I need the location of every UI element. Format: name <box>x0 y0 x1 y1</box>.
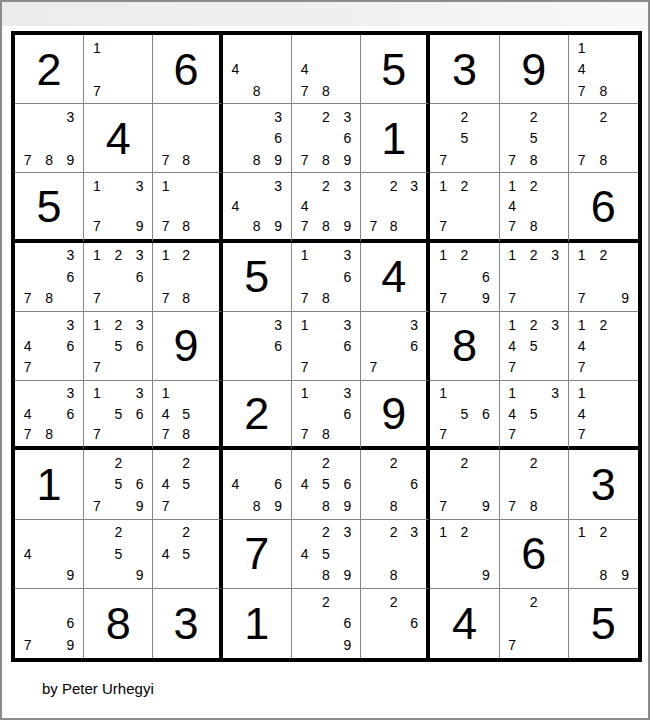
cell-r3c2[interactable]: 1379 <box>84 173 153 242</box>
cell-r4c5[interactable]: 13678 <box>292 243 361 312</box>
candidate-grid: 1247 <box>571 314 636 378</box>
solved-digit: 5 <box>591 601 616 646</box>
cell-r6c6[interactable]: 9 <box>361 381 430 450</box>
cell-r8c3[interactable]: 245 <box>153 520 222 589</box>
cell-r8c1[interactable]: 49 <box>15 520 84 589</box>
cell-r3c7[interactable]: 127 <box>430 173 499 242</box>
candidate-digit: 9 <box>129 495 150 516</box>
cell-r2c3[interactable]: 78 <box>153 104 222 173</box>
candidate-digit: 9 <box>60 634 81 656</box>
candidate-digit: 7 <box>363 216 383 236</box>
candidate-grid: 245 <box>155 522 216 586</box>
candidate-digit: 2 <box>593 245 615 266</box>
candidate-digit: 3 <box>404 175 424 195</box>
candidate-digit: 3 <box>404 314 424 335</box>
candidate-digit: 2 <box>315 175 336 195</box>
candidate-digit: 7 <box>571 287 593 308</box>
candidate-digit: 2 <box>108 245 129 266</box>
candidate-digit: 7 <box>17 424 38 444</box>
candidate-grid: 257 <box>432 106 496 170</box>
candidate-digit: 7 <box>502 149 523 170</box>
cell-r5c5[interactable]: 1367 <box>292 312 361 381</box>
solved-digit: 5 <box>244 254 269 299</box>
cell-r1c6[interactable]: 5 <box>361 35 430 104</box>
candidate-grid: 3678 <box>17 245 81 309</box>
cell-r8c6[interactable]: 238 <box>361 520 430 589</box>
solved-digit: 4 <box>452 601 477 646</box>
candidate-grid: 129 <box>432 522 496 586</box>
candidate-digit: 9 <box>60 149 81 170</box>
candidate-digit: 6 <box>60 404 81 424</box>
candidate-digit: 3 <box>337 522 358 543</box>
cell-r6c9[interactable]: 147 <box>569 381 638 450</box>
cell-r9c7[interactable]: 4 <box>430 589 499 658</box>
candidate-grid: 123567 <box>86 314 150 378</box>
cell-r7c5[interactable]: 245689 <box>292 450 361 519</box>
candidate-digit: 3 <box>337 314 358 335</box>
candidate-digit: 8 <box>315 564 336 585</box>
candidate-grid: 234789 <box>294 175 358 236</box>
candidate-digit: 3 <box>337 383 358 403</box>
cell-r4c1[interactable]: 3678 <box>15 243 84 312</box>
candidate-digit: 9 <box>614 564 636 585</box>
cell-r1c1[interactable]: 2 <box>15 35 84 104</box>
cell-r5c2[interactable]: 123567 <box>84 312 153 381</box>
cell-r7c3[interactable]: 2457 <box>153 450 222 519</box>
candidate-grid: 1567 <box>432 383 496 444</box>
candidate-digit: 2 <box>108 522 129 543</box>
candidate-grid: 234589 <box>294 522 358 586</box>
candidate-grid: 278 <box>502 452 566 516</box>
candidate-grid: 147 <box>571 383 636 444</box>
candidate-digit: 7 <box>363 357 383 378</box>
candidate-digit: 9 <box>475 564 496 585</box>
cell-r3c9[interactable]: 6 <box>569 173 638 242</box>
cell-r6c5[interactable]: 13678 <box>292 381 361 450</box>
candidate-digit: 8 <box>176 216 196 236</box>
solved-digit: 8 <box>106 601 131 646</box>
cell-r9c3[interactable]: 3 <box>153 589 222 658</box>
candidate-grid: 49 <box>17 522 81 586</box>
candidate-digit: 9 <box>129 564 150 585</box>
cell-r4c3[interactable]: 1278 <box>153 243 222 312</box>
cell-r5c4[interactable]: 36 <box>223 312 292 381</box>
candidate-digit: 1 <box>86 314 107 335</box>
candidate-digit: 9 <box>337 216 358 236</box>
cell-r9c4[interactable]: 1 <box>223 589 292 658</box>
candidate-digit: 7 <box>571 424 593 444</box>
candidate-digit: 7 <box>86 424 107 444</box>
candidate-digit: 7 <box>432 287 453 308</box>
candidate-digit: 3 <box>267 314 288 335</box>
cell-r1c8[interactable]: 9 <box>500 35 569 104</box>
candidate-digit: 7 <box>17 287 38 308</box>
candidate-digit: 2 <box>176 522 196 543</box>
cell-r5c8[interactable]: 123457 <box>500 312 569 381</box>
candidate-digit: 3 <box>404 522 424 543</box>
candidate-digit: 4 <box>225 474 246 495</box>
cell-r8c8[interactable]: 6 <box>500 520 569 589</box>
candidate-digit: 7 <box>432 216 453 236</box>
candidate-grid: 4689 <box>225 452 289 516</box>
candidate-digit: 2 <box>454 175 475 195</box>
solved-digit: 9 <box>174 323 199 368</box>
candidate-digit: 8 <box>38 149 59 170</box>
candidate-digit: 6 <box>60 266 81 287</box>
candidate-grid: 12367 <box>86 245 150 309</box>
solved-digit: 1 <box>244 601 269 646</box>
cell-r4c8[interactable]: 1237 <box>500 243 569 312</box>
candidate-grid: 2378 <box>363 175 424 236</box>
candidate-digit: 5 <box>108 404 129 424</box>
candidate-digit: 3 <box>544 314 565 335</box>
candidate-grid: 238 <box>363 522 424 586</box>
candidate-digit: 7 <box>502 495 523 516</box>
candidate-digit: 1 <box>571 37 593 58</box>
candidate-grid: 123457 <box>502 314 566 378</box>
candidate-digit: 2 <box>593 522 615 543</box>
candidate-digit: 4 <box>17 335 38 356</box>
candidate-digit: 9 <box>129 216 150 236</box>
candidate-digit: 7 <box>294 216 315 236</box>
candidate-digit: 6 <box>337 266 358 287</box>
candidate-digit: 1 <box>432 245 453 266</box>
cell-r6c3[interactable]: 14578 <box>153 381 222 450</box>
candidate-digit: 8 <box>384 564 404 585</box>
candidate-digit: 6 <box>129 266 150 287</box>
cell-r7c4[interactable]: 4689 <box>223 450 292 519</box>
candidate-grid: 1289 <box>571 522 636 586</box>
candidate-digit: 7 <box>17 634 38 656</box>
candidate-grid: 236789 <box>294 106 358 170</box>
candidate-digit: 1 <box>502 175 523 195</box>
candidate-digit: 6 <box>337 335 358 356</box>
solved-digit: 2 <box>37 47 62 92</box>
cell-r2c5[interactable]: 236789 <box>292 104 361 173</box>
cell-r9c9[interactable]: 5 <box>569 589 638 658</box>
candidate-digit: 2 <box>384 175 404 195</box>
candidate-grid: 1279 <box>571 245 636 309</box>
cell-r2c7[interactable]: 257 <box>430 104 499 173</box>
cell-r2c2[interactable]: 4 <box>84 104 153 173</box>
candidate-digit: 5 <box>454 128 475 149</box>
candidate-digit: 9 <box>475 287 496 308</box>
candidate-digit: 1 <box>432 383 453 403</box>
cell-r1c7[interactable]: 3 <box>430 35 499 104</box>
candidate-digit: 3 <box>337 245 358 266</box>
cell-r8c9[interactable]: 1289 <box>569 520 638 589</box>
candidate-grid: 27 <box>502 591 566 656</box>
solved-digit: 3 <box>452 47 477 92</box>
candidate-digit: 1 <box>571 383 593 403</box>
candidate-digit: 8 <box>523 149 544 170</box>
candidate-digit: 7 <box>432 495 453 516</box>
cell-r4c2[interactable]: 12367 <box>84 243 153 312</box>
cell-r7c7[interactable]: 279 <box>430 450 499 519</box>
candidate-digit: 5 <box>523 335 544 356</box>
candidate-digit: 6 <box>267 128 288 149</box>
cell-r3c4[interactable]: 3489 <box>223 173 292 242</box>
candidate-digit: 8 <box>384 216 404 236</box>
cell-r9c2[interactable]: 8 <box>84 589 153 658</box>
candidate-digit: 2 <box>523 245 544 266</box>
candidate-grid: 13678 <box>294 245 358 309</box>
candidate-digit: 4 <box>155 543 175 564</box>
candidate-digit: 7 <box>86 287 107 308</box>
cell-r7c2[interactable]: 25679 <box>84 450 153 519</box>
candidate-digit: 3 <box>60 106 81 127</box>
candidate-digit: 5 <box>176 474 196 495</box>
candidate-digit: 3 <box>129 314 150 335</box>
candidate-digit: 6 <box>60 613 81 635</box>
candidate-digit: 9 <box>475 495 496 516</box>
candidate-digit: 3 <box>60 245 81 266</box>
candidate-digit: 7 <box>432 424 453 444</box>
candidate-digit: 1 <box>502 383 523 403</box>
cell-r4c7[interactable]: 12679 <box>430 243 499 312</box>
candidate-digit: 7 <box>571 80 593 101</box>
candidate-grid: 1379 <box>86 175 150 236</box>
solved-digit: 3 <box>174 601 199 646</box>
candidate-digit: 8 <box>38 424 59 444</box>
candidate-grid: 26 <box>363 591 424 656</box>
candidate-digit: 7 <box>294 80 315 101</box>
candidate-grid: 478 <box>294 37 358 101</box>
cell-r3c1[interactable]: 5 <box>15 173 84 242</box>
cell-r4c6[interactable]: 4 <box>361 243 430 312</box>
candidate-grid: 367 <box>363 314 424 378</box>
candidate-digit: 1 <box>86 245 107 266</box>
candidate-digit: 8 <box>246 80 267 101</box>
candidate-digit: 1 <box>155 245 175 266</box>
candidate-grid: 12679 <box>432 245 496 309</box>
candidate-digit: 7 <box>86 357 107 378</box>
solved-digit: 1 <box>37 462 62 507</box>
candidate-digit: 5 <box>176 404 196 424</box>
cell-r6c7[interactable]: 1567 <box>430 381 499 450</box>
candidate-digit: 4 <box>294 543 315 564</box>
candidate-digit: 4 <box>294 196 315 216</box>
candidate-digit: 7 <box>294 287 315 308</box>
candidate-digit: 3 <box>129 245 150 266</box>
candidate-digit: 7 <box>294 149 315 170</box>
candidate-digit: 3 <box>60 314 81 335</box>
cell-r8c5[interactable]: 234589 <box>292 520 361 589</box>
cell-r3c5[interactable]: 234789 <box>292 173 361 242</box>
candidate-grid: 1278 <box>155 245 216 309</box>
candidate-digit: 4 <box>17 543 38 564</box>
page: 2176484785391478378947836892367891257257… <box>0 0 650 720</box>
candidate-grid: 13678 <box>294 383 358 444</box>
candidate-digit: 2 <box>454 245 475 266</box>
cell-r2c6[interactable]: 1 <box>361 104 430 173</box>
candidate-digit: 2 <box>523 591 544 613</box>
candidate-digit: 6 <box>404 613 424 635</box>
candidate-digit: 8 <box>315 287 336 308</box>
candidate-digit: 1 <box>294 314 315 335</box>
cell-r6c4[interactable]: 2 <box>223 381 292 450</box>
candidate-digit: 7 <box>571 149 593 170</box>
author-caption: by Peter Urhegyi <box>42 680 154 697</box>
candidate-digit: 2 <box>315 522 336 543</box>
solved-digit: 4 <box>106 116 131 161</box>
candidate-digit: 9 <box>337 634 358 656</box>
candidate-digit: 2 <box>108 452 129 473</box>
cell-r7c8[interactable]: 278 <box>500 450 569 519</box>
candidate-digit: 8 <box>593 149 615 170</box>
candidate-digit: 7 <box>155 495 175 516</box>
cell-r2c1[interactable]: 3789 <box>15 104 84 173</box>
candidate-digit: 2 <box>176 452 196 473</box>
candidate-digit: 9 <box>267 149 288 170</box>
candidate-digit: 7 <box>86 495 107 516</box>
candidate-digit: 9 <box>337 495 358 516</box>
candidate-digit: 8 <box>176 149 196 170</box>
cell-r8c7[interactable]: 129 <box>430 520 499 589</box>
candidate-digit: 7 <box>502 287 523 308</box>
cell-r9c6[interactable]: 26 <box>361 589 430 658</box>
candidate-digit: 7 <box>571 357 593 378</box>
candidate-digit: 8 <box>315 495 336 516</box>
candidate-digit: 7 <box>155 216 175 236</box>
candidate-digit: 7 <box>502 216 523 236</box>
cell-r9c5[interactable]: 269 <box>292 589 361 658</box>
cell-r2c9[interactable]: 278 <box>569 104 638 173</box>
candidate-grid: 14578 <box>155 383 216 444</box>
cell-r3c6[interactable]: 2378 <box>361 173 430 242</box>
candidate-digit: 4 <box>155 474 175 495</box>
cell-r6c8[interactable]: 13457 <box>500 381 569 450</box>
candidate-digit: 5 <box>108 474 129 495</box>
candidate-digit: 6 <box>475 266 496 287</box>
solved-digit: 6 <box>591 184 616 229</box>
cell-r5c6[interactable]: 367 <box>361 312 430 381</box>
cell-r9c8[interactable]: 27 <box>500 589 569 658</box>
solved-digit: 6 <box>174 47 199 92</box>
candidate-digit: 7 <box>155 424 175 444</box>
cell-r3c8[interactable]: 12478 <box>500 173 569 242</box>
candidate-digit: 9 <box>267 216 288 236</box>
candidate-digit: 4 <box>502 404 523 424</box>
cell-r7c6[interactable]: 268 <box>361 450 430 519</box>
candidate-digit: 7 <box>502 634 523 656</box>
solved-digit: 5 <box>37 184 62 229</box>
candidate-digit: 6 <box>129 474 150 495</box>
candidate-grid: 245689 <box>294 452 358 516</box>
candidate-digit: 8 <box>384 495 404 516</box>
cell-r8c4[interactable]: 7 <box>223 520 292 589</box>
cell-r2c4[interactable]: 3689 <box>223 104 292 173</box>
cell-r1c9[interactable]: 1478 <box>569 35 638 104</box>
candidate-digit: 3 <box>129 383 150 403</box>
cell-r4c4[interactable]: 5 <box>223 243 292 312</box>
candidate-digit: 8 <box>246 149 267 170</box>
candidate-grid: 3467 <box>17 314 81 378</box>
cell-r1c4[interactable]: 48 <box>223 35 292 104</box>
candidate-digit: 3 <box>337 106 358 127</box>
cell-r6c1[interactable]: 34678 <box>15 381 84 450</box>
cell-r5c9[interactable]: 1247 <box>569 312 638 381</box>
candidate-digit: 4 <box>225 196 246 216</box>
candidate-digit: 4 <box>571 58 593 79</box>
candidate-digit: 8 <box>315 80 336 101</box>
candidate-digit: 6 <box>337 474 358 495</box>
candidate-digit: 2 <box>108 314 129 335</box>
candidate-grid: 178 <box>155 175 216 236</box>
candidate-digit: 2 <box>523 106 544 127</box>
solved-digit: 6 <box>521 531 546 576</box>
candidate-grid: 12478 <box>502 175 566 236</box>
candidate-digit: 6 <box>337 613 358 635</box>
candidate-digit: 7 <box>432 149 453 170</box>
solved-digit: 9 <box>381 391 406 436</box>
cell-r5c7[interactable]: 8 <box>430 312 499 381</box>
candidate-digit: 7 <box>155 149 175 170</box>
candidate-grid: 13457 <box>502 383 566 444</box>
cell-r8c2[interactable]: 259 <box>84 520 153 589</box>
candidate-digit: 9 <box>60 564 81 585</box>
cell-r9c1[interactable]: 679 <box>15 589 84 658</box>
candidate-digit: 1 <box>432 522 453 543</box>
candidate-digit: 2 <box>454 522 475 543</box>
candidate-digit: 8 <box>593 80 615 101</box>
cell-r1c5[interactable]: 478 <box>292 35 361 104</box>
solved-digit: 2 <box>244 391 269 436</box>
cell-r5c3[interactable]: 9 <box>153 312 222 381</box>
candidate-digit: 3 <box>544 383 565 403</box>
cell-r4c9[interactable]: 1279 <box>569 243 638 312</box>
candidate-digit: 8 <box>315 216 336 236</box>
candidate-digit: 7 <box>155 287 175 308</box>
candidate-digit: 7 <box>502 357 523 378</box>
cell-r7c1[interactable]: 1 <box>15 450 84 519</box>
candidate-grid: 279 <box>432 452 496 516</box>
candidate-digit: 6 <box>404 335 424 356</box>
candidate-grid: 36 <box>225 314 289 378</box>
cell-r1c2[interactable]: 17 <box>84 35 153 104</box>
candidate-digit: 1 <box>571 314 593 335</box>
candidate-digit: 5 <box>523 128 544 149</box>
cell-r7c9[interactable]: 3 <box>569 450 638 519</box>
candidate-grid: 127 <box>432 175 496 236</box>
candidate-digit: 5 <box>315 474 336 495</box>
candidate-digit: 6 <box>60 335 81 356</box>
solved-digit: 3 <box>591 462 616 507</box>
candidate-digit: 6 <box>475 404 496 424</box>
title-bar <box>2 2 648 26</box>
candidate-digit: 4 <box>571 404 593 424</box>
candidate-grid: 269 <box>294 591 358 656</box>
candidate-digit: 1 <box>432 175 453 195</box>
candidate-digit: 7 <box>294 357 315 378</box>
candidate-digit: 1 <box>294 245 315 266</box>
cell-r5c1[interactable]: 3467 <box>15 312 84 381</box>
cell-r3c3[interactable]: 178 <box>153 173 222 242</box>
candidate-grid: 1478 <box>571 37 636 101</box>
solved-digit: 9 <box>521 47 546 92</box>
candidate-digit: 5 <box>523 404 544 424</box>
cell-r6c2[interactable]: 13567 <box>84 381 153 450</box>
candidate-digit: 7 <box>17 149 38 170</box>
solved-digit: 7 <box>244 531 269 576</box>
solved-digit: 1 <box>381 116 406 161</box>
candidate-digit: 8 <box>523 495 544 516</box>
candidate-digit: 7 <box>294 424 315 444</box>
cell-r1c3[interactable]: 6 <box>153 35 222 104</box>
candidate-digit: 3 <box>60 383 81 403</box>
cell-r2c8[interactable]: 2578 <box>500 104 569 173</box>
candidate-digit: 3 <box>337 175 358 195</box>
